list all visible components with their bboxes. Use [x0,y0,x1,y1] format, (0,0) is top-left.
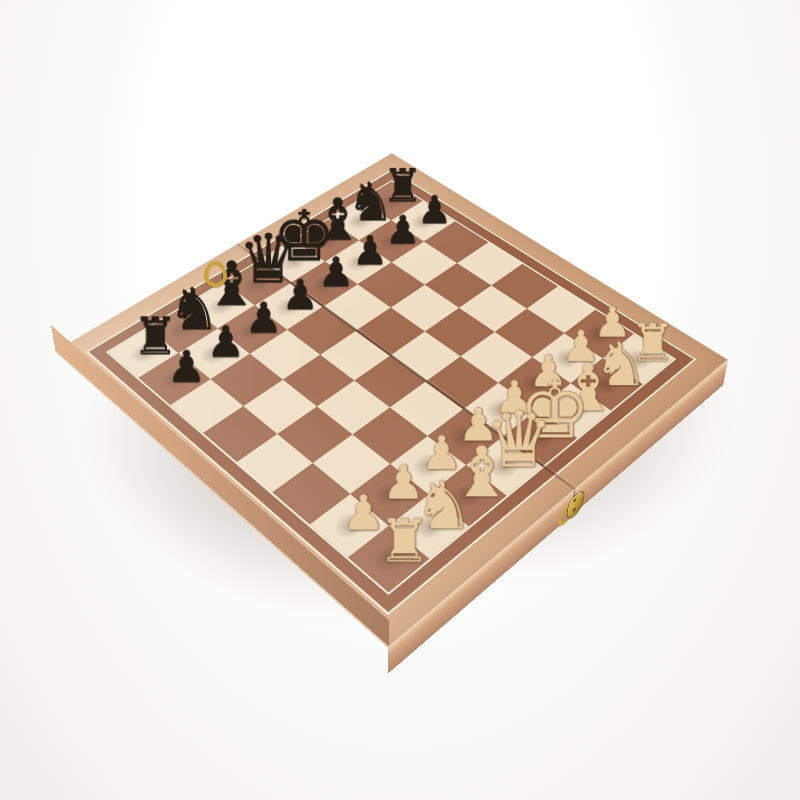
board-top-face: ♜♞♝♛♚♝♞♜♟♟♟♟♟♟♟♟♟♟♟♟♟♟♟♟♜♞♝♛♚♝♞♜ [55,153,729,648]
piece-black-pawn: ♟ [317,253,353,291]
piece-black-pawn: ♟ [282,275,319,314]
hinge-hook-icon [204,261,227,287]
piece-black-pawn: ♟ [166,346,205,387]
piece-black-pawn: ♟ [352,232,388,270]
piece-black-pawn: ♟ [417,192,451,229]
piece-black-pawn: ♟ [206,322,244,363]
piece-black-pawn: ♟ [385,212,420,249]
chess-board-box: ♜♞♝♛♚♝♞♜♟♟♟♟♟♟♟♟♟♟♟♟♟♟♟♟♜♞♝♛♚♝♞♜ [59,176,724,673]
piece-black-pawn: ♟ [245,298,283,338]
product-photo-scene: ♜♞♝♛♚♝♞♜♟♟♟♟♟♟♟♟♟♟♟♟♟♟♟♟♜♞♝♛♚♝♞♜ [0,0,800,800]
board-grid: ♜♞♝♛♚♝♞♜♟♟♟♟♟♟♟♟♟♟♟♟♟♟♟♟♜♞♝♛♚♝♞♜ [106,180,676,595]
latch-plate-icon [566,487,586,523]
front-latch [555,483,589,535]
piece-white-rook: ♜ [377,514,430,570]
